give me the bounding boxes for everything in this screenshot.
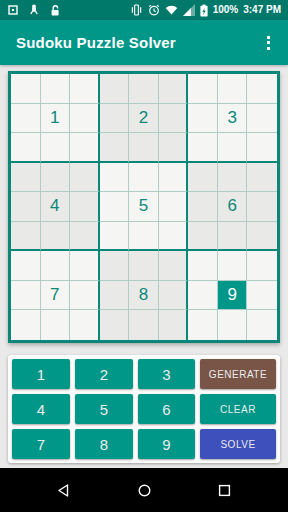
sudoku-cell-r6c8[interactable]: [218, 222, 248, 252]
sudoku-cell-r9c6[interactable]: [159, 310, 189, 340]
sudoku-cell-r8c8[interactable]: 9: [218, 281, 248, 311]
sudoku-cell-r3c8[interactable]: [218, 133, 248, 163]
sudoku-cell-r3c3[interactable]: [70, 133, 100, 163]
sudoku-cell-r1c2[interactable]: [41, 74, 71, 104]
recents-button[interactable]: [216, 482, 232, 498]
sudoku-cell-r2c3[interactable]: [70, 104, 100, 134]
sudoku-cell-r4c2[interactable]: [41, 163, 71, 193]
sudoku-cell-r2c6[interactable]: [159, 104, 189, 134]
keypad: 123GENERATE456CLEAR789SOLVE: [8, 355, 280, 463]
usb-icon: [28, 4, 40, 16]
keypad-button-7[interactable]: 7: [12, 429, 70, 459]
sudoku-cell-r9c7[interactable]: [188, 310, 218, 340]
keypad-button-6[interactable]: 6: [138, 394, 195, 424]
keypad-button-5[interactable]: 5: [75, 394, 133, 424]
clear-button[interactable]: CLEAR: [200, 394, 276, 424]
back-button[interactable]: [56, 482, 72, 498]
sudoku-cell-r5c9[interactable]: [247, 192, 277, 222]
sudoku-cell-r1c3[interactable]: [70, 74, 100, 104]
sudoku-cell-r8c4[interactable]: [100, 281, 130, 311]
sudoku-cell-r5c5[interactable]: 5: [129, 192, 159, 222]
sudoku-cell-r2c7[interactable]: [188, 104, 218, 134]
sudoku-cell-r8c3[interactable]: [70, 281, 100, 311]
sudoku-cell-r8c9[interactable]: [247, 281, 277, 311]
sudoku-cell-r5c4[interactable]: [100, 192, 130, 222]
sudoku-cell-r4c3[interactable]: [70, 163, 100, 193]
sudoku-cell-r7c1[interactable]: [11, 251, 41, 281]
generate-button[interactable]: GENERATE: [200, 359, 276, 389]
status-bar: 100% 3:47 PM: [0, 0, 288, 20]
sudoku-cell-r9c8[interactable]: [218, 310, 248, 340]
sudoku-board: 123456789: [8, 71, 280, 343]
sudoku-cell-r3c7[interactable]: [188, 133, 218, 163]
recents-icon: [217, 483, 232, 498]
sudoku-cell-r6c1[interactable]: [11, 222, 41, 252]
page-title: Sudoku Puzzle Solver: [16, 34, 254, 51]
sudoku-cell-r7c9[interactable]: [247, 251, 277, 281]
sudoku-cell-r6c6[interactable]: [159, 222, 189, 252]
keypad-button-9[interactable]: 9: [138, 429, 195, 459]
sudoku-cell-r6c7[interactable]: [188, 222, 218, 252]
sudoku-cell-r7c7[interactable]: [188, 251, 218, 281]
sudoku-cell-r4c1[interactable]: [11, 163, 41, 193]
sudoku-cell-r6c2[interactable]: [41, 222, 71, 252]
sudoku-cell-r5c2[interactable]: 4: [41, 192, 71, 222]
sudoku-cell-r1c6[interactable]: [159, 74, 189, 104]
sudoku-cell-r5c6[interactable]: [159, 192, 189, 222]
sudoku-cell-r9c1[interactable]: [11, 310, 41, 340]
screen: 100% 3:47 PM Sudoku Puzzle Solver 123456…: [0, 0, 288, 512]
sudoku-cell-r9c4[interactable]: [100, 310, 130, 340]
sudoku-cell-r9c3[interactable]: [70, 310, 100, 340]
keypad-button-1[interactable]: 1: [12, 359, 70, 389]
back-icon: [57, 483, 72, 498]
sudoku-cell-r3c9[interactable]: [247, 133, 277, 163]
home-icon: [137, 483, 152, 498]
sudoku-cell-r4c9[interactable]: [247, 163, 277, 193]
home-button[interactable]: [136, 482, 152, 498]
sudoku-cell-r1c5[interactable]: [129, 74, 159, 104]
wifi-icon: [165, 5, 178, 15]
sudoku-cell-r3c4[interactable]: [100, 133, 130, 163]
sudoku-cell-r2c9[interactable]: [247, 104, 277, 134]
sudoku-cell-r9c9[interactable]: [247, 310, 277, 340]
status-right-icons: 100% 3:47 PM: [130, 0, 281, 20]
sudoku-cell-r7c3[interactable]: [70, 251, 100, 281]
sudoku-cell-r7c2[interactable]: [41, 251, 71, 281]
kebab-icon: [267, 36, 270, 39]
sudoku-cell-r8c2[interactable]: 7: [41, 281, 71, 311]
sudoku-cell-r1c8[interactable]: [218, 74, 248, 104]
sudoku-cell-r5c3[interactable]: [70, 192, 100, 222]
keypad-button-8[interactable]: 8: [75, 429, 133, 459]
sudoku-cell-r1c7[interactable]: [188, 74, 218, 104]
sudoku-cell-r1c4[interactable]: [100, 74, 130, 104]
sudoku-cell-r8c7[interactable]: [188, 281, 218, 311]
overflow-menu-button[interactable]: [254, 20, 282, 65]
status-left-icons: [7, 4, 61, 17]
app-bar: Sudoku Puzzle Solver: [0, 20, 288, 65]
sudoku-cell-r2c1[interactable]: [11, 104, 41, 134]
sudoku-cell-r1c1[interactable]: [11, 74, 41, 104]
sudoku-cell-r5c7[interactable]: [188, 192, 218, 222]
sudoku-cell-r4c8[interactable]: [218, 163, 248, 193]
sudoku-cell-r3c6[interactable]: [159, 133, 189, 163]
alarm-icon: [148, 4, 160, 16]
sudoku-cell-r9c5[interactable]: [129, 310, 159, 340]
sudoku-cell-r3c1[interactable]: [11, 133, 41, 163]
sudoku-cell-r4c6[interactable]: [159, 163, 189, 193]
sudoku-cell-r5c1[interactable]: [11, 192, 41, 222]
sudoku-cell-r9c2[interactable]: [41, 310, 71, 340]
sudoku-cell-r7c8[interactable]: [218, 251, 248, 281]
sudoku-cell-r2c2[interactable]: 1: [41, 104, 71, 134]
sudoku-cell-r4c4[interactable]: [100, 163, 130, 193]
clock: 3:47 PM: [243, 0, 281, 20]
sudoku-cell-r6c4[interactable]: [100, 222, 130, 252]
sudoku-cell-r6c9[interactable]: [247, 222, 277, 252]
sudoku-cell-r7c4[interactable]: [100, 251, 130, 281]
vibrate-icon: [130, 4, 143, 16]
sudoku-cell-r1c9[interactable]: [247, 74, 277, 104]
sudoku-cell-r8c1[interactable]: [11, 281, 41, 311]
chip-icon: [7, 4, 19, 16]
battery-percent: 100%: [213, 0, 239, 20]
sudoku-cell-r2c8[interactable]: 3: [218, 104, 248, 134]
sudoku-cell-r8c6[interactable]: [159, 281, 189, 311]
sudoku-cell-r2c4[interactable]: [100, 104, 130, 134]
sudoku-cell-r6c5[interactable]: [129, 222, 159, 252]
sudoku-cell-r2c5[interactable]: 2: [129, 104, 159, 134]
sudoku-cell-r5c8[interactable]: 6: [218, 192, 248, 222]
unlock-icon: [49, 4, 61, 17]
sudoku-cell-r3c5[interactable]: [129, 133, 159, 163]
sudoku-cell-r4c5[interactable]: [129, 163, 159, 193]
sudoku-cell-r4c7[interactable]: [188, 163, 218, 193]
sudoku-cell-r7c5[interactable]: [129, 251, 159, 281]
signal-icon: [183, 4, 195, 16]
keypad-button-4[interactable]: 4: [12, 394, 70, 424]
sudoku-cell-r8c5[interactable]: 8: [129, 281, 159, 311]
solve-button[interactable]: SOLVE: [200, 429, 276, 459]
nav-bar: [0, 468, 288, 512]
sudoku-cell-r3c2[interactable]: [41, 133, 71, 163]
main-content: 123456789 123GENERATE456CLEAR789SOLVE: [0, 71, 288, 463]
battery-charging-icon: [200, 4, 208, 17]
sudoku-cell-r7c6[interactable]: [159, 251, 189, 281]
sudoku-cell-r6c3[interactable]: [70, 222, 100, 252]
keypad-button-3[interactable]: 3: [138, 359, 195, 389]
keypad-button-2[interactable]: 2: [75, 359, 133, 389]
